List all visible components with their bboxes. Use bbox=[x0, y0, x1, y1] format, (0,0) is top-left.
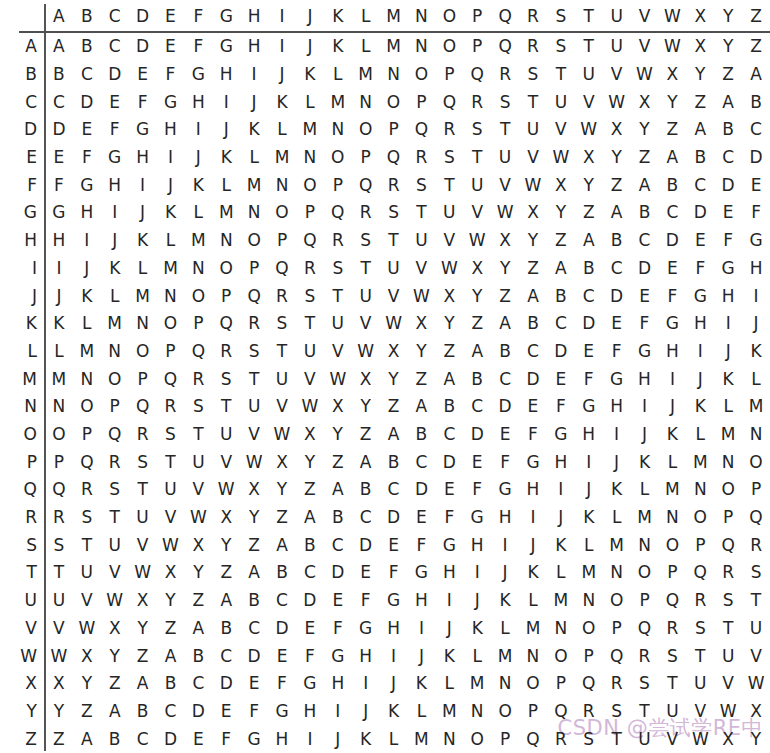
grid-cell: T bbox=[45, 559, 73, 587]
grid-cell: G bbox=[686, 282, 714, 310]
grid-cell: Q bbox=[380, 144, 408, 172]
grid-cell: Y bbox=[212, 531, 240, 559]
grid-cell: H bbox=[463, 531, 491, 559]
grid-cell: A bbox=[603, 199, 631, 227]
grid-cell: N bbox=[324, 116, 352, 144]
grid-cell: U bbox=[631, 725, 659, 753]
grid-cell: T bbox=[407, 199, 435, 227]
grid-cell: K bbox=[268, 88, 296, 116]
grid-cell: W bbox=[631, 61, 659, 89]
grid-cell: X bbox=[686, 33, 714, 61]
grid-cell: R bbox=[463, 88, 491, 116]
grid-cell: S bbox=[519, 61, 547, 89]
grid-cell: F bbox=[157, 61, 185, 89]
grid-cell: V bbox=[631, 33, 659, 61]
grid-cell: S bbox=[435, 144, 463, 172]
grid-cell: K bbox=[714, 365, 742, 393]
grid-cell: Y bbox=[463, 282, 491, 310]
grid-cell: R bbox=[631, 642, 659, 670]
grid-cell: C bbox=[435, 421, 463, 449]
grid-cell: I bbox=[631, 393, 659, 421]
grid-cell: V bbox=[742, 642, 770, 670]
grid-cell: X bbox=[296, 421, 324, 449]
grid-cell: F bbox=[714, 227, 742, 255]
grid-cell: V bbox=[380, 282, 408, 310]
grid-cell: U bbox=[463, 171, 491, 199]
col-header: K bbox=[324, 0, 352, 33]
grid-cell: C bbox=[129, 725, 157, 753]
grid-cell: R bbox=[73, 476, 101, 504]
grid-cell: X bbox=[407, 310, 435, 338]
grid-cell: G bbox=[491, 476, 519, 504]
grid-cell: K bbox=[324, 33, 352, 61]
grid-cell: Z bbox=[519, 255, 547, 283]
grid-cell: G bbox=[603, 365, 631, 393]
grid-cell: B bbox=[407, 421, 435, 449]
grid-cell: T bbox=[129, 476, 157, 504]
grid-cell: X bbox=[73, 642, 101, 670]
grid-cell: Q bbox=[212, 310, 240, 338]
grid-cell: B bbox=[435, 393, 463, 421]
grid-cell: R bbox=[742, 531, 770, 559]
grid-cell: J bbox=[268, 61, 296, 89]
grid-cell: V bbox=[45, 615, 73, 643]
grid-cell: H bbox=[73, 199, 101, 227]
grid-cell: N bbox=[547, 615, 575, 643]
grid-cell: M bbox=[631, 504, 659, 532]
grid-cell: G bbox=[73, 171, 101, 199]
grid-cell: D bbox=[631, 255, 659, 283]
grid-cell: Z bbox=[212, 559, 240, 587]
grid-cell: P bbox=[157, 338, 185, 366]
grid-cell: S bbox=[491, 88, 519, 116]
grid-cell: H bbox=[45, 227, 73, 255]
grid-cell: T bbox=[742, 587, 770, 615]
grid-cell: N bbox=[212, 227, 240, 255]
grid-cell: S bbox=[157, 421, 185, 449]
grid-cell: M bbox=[686, 448, 714, 476]
grid-cell: P bbox=[603, 615, 631, 643]
grid-cell: P bbox=[463, 33, 491, 61]
grid-cell: E bbox=[658, 255, 686, 283]
grid-cell: D bbox=[296, 587, 324, 615]
grid-cell: F bbox=[742, 199, 770, 227]
grid-cell: I bbox=[603, 421, 631, 449]
grid-cell: Z bbox=[296, 476, 324, 504]
grid-cell: C bbox=[380, 476, 408, 504]
grid-cell: H bbox=[519, 476, 547, 504]
grid-cell: T bbox=[212, 393, 240, 421]
row-header: G bbox=[0, 199, 45, 227]
grid-cell: L bbox=[519, 587, 547, 615]
grid-cell: K bbox=[129, 227, 157, 255]
grid-cell: P bbox=[435, 61, 463, 89]
grid-cell: Y bbox=[407, 338, 435, 366]
grid-cell: S bbox=[73, 504, 101, 532]
grid-cell: N bbox=[296, 144, 324, 172]
grid-cell: J bbox=[380, 670, 408, 698]
grid-cell: I bbox=[686, 338, 714, 366]
grid-cell: P bbox=[129, 365, 157, 393]
grid-cell: I bbox=[491, 531, 519, 559]
grid-cell: L bbox=[45, 338, 73, 366]
grid-cell: V bbox=[658, 725, 686, 753]
grid-cell: M bbox=[742, 393, 770, 421]
grid-cell: W bbox=[45, 642, 73, 670]
grid-cell: R bbox=[407, 144, 435, 172]
grid-cell: O bbox=[519, 670, 547, 698]
grid-cell: L bbox=[491, 615, 519, 643]
grid-cell: G bbox=[658, 310, 686, 338]
grid-cell: U bbox=[157, 476, 185, 504]
grid-cell: V bbox=[73, 587, 101, 615]
grid-cell: U bbox=[714, 642, 742, 670]
grid-cell: K bbox=[407, 670, 435, 698]
grid-cell: S bbox=[603, 698, 631, 726]
grid-cell: Z bbox=[101, 670, 129, 698]
grid-cell: M bbox=[435, 698, 463, 726]
grid-cell: H bbox=[157, 116, 185, 144]
grid-cell: Q bbox=[268, 255, 296, 283]
grid-cell: P bbox=[658, 559, 686, 587]
row-header: D bbox=[0, 116, 45, 144]
grid-cell: W bbox=[491, 199, 519, 227]
grid-cell: X bbox=[380, 338, 408, 366]
row-header: L bbox=[0, 338, 45, 366]
grid-cell: A bbox=[240, 559, 268, 587]
grid-cell: W bbox=[658, 33, 686, 61]
grid-cell: M bbox=[352, 61, 380, 89]
row-header: N bbox=[0, 393, 45, 421]
grid-cell: L bbox=[73, 310, 101, 338]
grid-cell: R bbox=[380, 171, 408, 199]
grid-cell: F bbox=[603, 338, 631, 366]
grid-cell: B bbox=[73, 33, 101, 61]
grid-cell: S bbox=[658, 642, 686, 670]
grid-cell: R bbox=[575, 698, 603, 726]
row-header: M bbox=[0, 365, 45, 393]
grid-cell: F bbox=[268, 670, 296, 698]
grid-cell: B bbox=[101, 725, 129, 753]
grid-cell: L bbox=[101, 282, 129, 310]
grid-cell: G bbox=[324, 642, 352, 670]
grid-cell: T bbox=[435, 171, 463, 199]
grid-cell: X bbox=[519, 199, 547, 227]
grid-cell: A bbox=[296, 504, 324, 532]
grid-cell: S bbox=[380, 199, 408, 227]
grid-cell: A bbox=[519, 282, 547, 310]
col-header: M bbox=[380, 0, 408, 33]
grid-cell: H bbox=[686, 310, 714, 338]
grid-cell: Q bbox=[45, 476, 73, 504]
grid-cell: I bbox=[212, 88, 240, 116]
grid-cell: Z bbox=[631, 144, 659, 172]
grid-cell: I bbox=[742, 282, 770, 310]
grid-cell: Q bbox=[296, 227, 324, 255]
grid-cell: I bbox=[240, 61, 268, 89]
grid-cell: A bbox=[157, 642, 185, 670]
grid-cell: D bbox=[101, 61, 129, 89]
grid-cell: B bbox=[519, 310, 547, 338]
grid-cell: F bbox=[519, 421, 547, 449]
col-header: H bbox=[240, 0, 268, 33]
grid-cell: X bbox=[714, 725, 742, 753]
grid-cell: D bbox=[157, 725, 185, 753]
grid-cell: B bbox=[575, 255, 603, 283]
grid-cell: N bbox=[157, 282, 185, 310]
grid-cell: T bbox=[101, 504, 129, 532]
grid-cell: T bbox=[491, 116, 519, 144]
grid-cell: X bbox=[101, 615, 129, 643]
grid-cell: P bbox=[714, 504, 742, 532]
grid-cell: R bbox=[296, 255, 324, 283]
grid-cell: A bbox=[101, 698, 129, 726]
grid-cell: Q bbox=[519, 725, 547, 753]
grid-cell: Z bbox=[547, 227, 575, 255]
grid-cell: C bbox=[296, 559, 324, 587]
row-header: C bbox=[0, 88, 45, 116]
grid-cell: M bbox=[101, 310, 129, 338]
grid-cell: N bbox=[380, 61, 408, 89]
grid-cell: M bbox=[296, 116, 324, 144]
grid-cell: M bbox=[184, 227, 212, 255]
grid-cell: X bbox=[129, 587, 157, 615]
grid-cell: J bbox=[129, 199, 157, 227]
grid-cell: W bbox=[101, 587, 129, 615]
grid-cell: O bbox=[296, 171, 324, 199]
grid-cell: L bbox=[658, 448, 686, 476]
grid-cell: H bbox=[603, 393, 631, 421]
grid-cell: E bbox=[519, 393, 547, 421]
grid-cell: X bbox=[212, 504, 240, 532]
grid-cell: Q bbox=[324, 199, 352, 227]
grid-cell: G bbox=[129, 116, 157, 144]
grid-cell: T bbox=[73, 531, 101, 559]
grid-cell: K bbox=[603, 476, 631, 504]
grid-cell: R bbox=[658, 615, 686, 643]
grid-cell: U bbox=[212, 421, 240, 449]
grid-cell: V bbox=[407, 255, 435, 283]
grid-cell: I bbox=[575, 448, 603, 476]
grid-cell: E bbox=[714, 199, 742, 227]
grid-cell: H bbox=[101, 171, 129, 199]
grid-cell: U bbox=[435, 199, 463, 227]
grid-cell: S bbox=[407, 171, 435, 199]
grid-cell: O bbox=[603, 587, 631, 615]
grid-cell: Q bbox=[547, 698, 575, 726]
grid-cell: H bbox=[240, 33, 268, 61]
grid-cell: U bbox=[324, 310, 352, 338]
grid-cell: J bbox=[296, 33, 324, 61]
grid-cell: V bbox=[519, 144, 547, 172]
grid-cell: Y bbox=[268, 476, 296, 504]
grid-cell: K bbox=[575, 504, 603, 532]
grid-cell: X bbox=[240, 476, 268, 504]
col-header: U bbox=[603, 0, 631, 33]
grid-cell: M bbox=[547, 587, 575, 615]
grid-cell: D bbox=[184, 698, 212, 726]
grid-cell: M bbox=[45, 365, 73, 393]
grid-cell: I bbox=[463, 559, 491, 587]
grid-cell: H bbox=[407, 587, 435, 615]
grid-cell: I bbox=[101, 199, 129, 227]
grid-cell: B bbox=[157, 670, 185, 698]
grid-cell: J bbox=[491, 559, 519, 587]
grid-cell: G bbox=[101, 144, 129, 172]
col-header: N bbox=[407, 0, 435, 33]
grid-cell: E bbox=[631, 282, 659, 310]
row-header: W bbox=[0, 642, 45, 670]
grid-cell: V bbox=[212, 448, 240, 476]
grid-cell: L bbox=[742, 365, 770, 393]
grid-cell: Z bbox=[435, 338, 463, 366]
grid-cell: O bbox=[463, 725, 491, 753]
grid-cell: L bbox=[575, 531, 603, 559]
grid-cell: K bbox=[491, 587, 519, 615]
grid-cell: T bbox=[324, 282, 352, 310]
grid-cell: W bbox=[686, 725, 714, 753]
grid-cell: O bbox=[714, 476, 742, 504]
grid-cell: W bbox=[575, 116, 603, 144]
grid-cell: S bbox=[324, 255, 352, 283]
grid-cell: F bbox=[658, 282, 686, 310]
grid-cell: A bbox=[407, 393, 435, 421]
grid-cell: P bbox=[101, 393, 129, 421]
grid-cell: C bbox=[240, 615, 268, 643]
grid-cell: D bbox=[73, 88, 101, 116]
grid-cell: U bbox=[407, 227, 435, 255]
header-divider-vertical bbox=[44, 4, 46, 751]
grid-cell: U bbox=[658, 698, 686, 726]
grid-cell: A bbox=[73, 725, 101, 753]
grid-cell: Q bbox=[407, 116, 435, 144]
grid-cell: U bbox=[352, 282, 380, 310]
row-header: I bbox=[0, 255, 45, 283]
grid-cell: F bbox=[212, 725, 240, 753]
grid-cell: C bbox=[575, 282, 603, 310]
grid-cell: L bbox=[352, 33, 380, 61]
grid-cell: T bbox=[547, 61, 575, 89]
grid-cell: O bbox=[407, 61, 435, 89]
grid-cell: P bbox=[45, 448, 73, 476]
grid-cell: S bbox=[547, 33, 575, 61]
grid-cell: Y bbox=[352, 393, 380, 421]
grid-cell: G bbox=[45, 199, 73, 227]
row-header: T bbox=[0, 559, 45, 587]
grid-cell: F bbox=[463, 476, 491, 504]
grid-cell: W bbox=[407, 282, 435, 310]
grid-cell: E bbox=[491, 421, 519, 449]
grid-cell: G bbox=[714, 255, 742, 283]
grid-cell: A bbox=[184, 615, 212, 643]
grid-cell: D bbox=[742, 144, 770, 172]
grid-cell: D bbox=[491, 393, 519, 421]
grid-cell: T bbox=[631, 698, 659, 726]
grid-cell: J bbox=[101, 227, 129, 255]
grid-cell: B bbox=[184, 642, 212, 670]
grid-cell: I bbox=[184, 116, 212, 144]
grid-cell: W bbox=[73, 615, 101, 643]
grid-cell: J bbox=[407, 642, 435, 670]
grid-cell: W bbox=[184, 504, 212, 532]
row-header: J bbox=[0, 282, 45, 310]
col-header: C bbox=[101, 0, 129, 33]
grid-cell: M bbox=[603, 531, 631, 559]
col-header: W bbox=[658, 0, 686, 33]
grid-cell: G bbox=[435, 531, 463, 559]
grid-cell: D bbox=[519, 365, 547, 393]
grid-cell: F bbox=[686, 255, 714, 283]
grid-cell: G bbox=[547, 421, 575, 449]
grid-cell: P bbox=[296, 199, 324, 227]
grid-cell: B bbox=[129, 698, 157, 726]
grid-cell: T bbox=[296, 310, 324, 338]
grid-cell: W bbox=[212, 476, 240, 504]
grid-cell: G bbox=[296, 670, 324, 698]
grid-cell: Z bbox=[658, 116, 686, 144]
grid-cell: X bbox=[352, 365, 380, 393]
grid-cell: F bbox=[407, 531, 435, 559]
grid-cell: C bbox=[45, 88, 73, 116]
col-header: E bbox=[157, 0, 185, 33]
grid-cell: F bbox=[547, 393, 575, 421]
grid-cell: C bbox=[268, 587, 296, 615]
grid-cell: O bbox=[435, 33, 463, 61]
grid-cell: X bbox=[603, 116, 631, 144]
grid-cell: Y bbox=[184, 559, 212, 587]
grid-cell: J bbox=[547, 504, 575, 532]
grid-cell: D bbox=[575, 310, 603, 338]
grid-cell: Y bbox=[157, 587, 185, 615]
grid-cell: Z bbox=[157, 615, 185, 643]
grid-cell: P bbox=[184, 310, 212, 338]
grid-cell: W bbox=[129, 559, 157, 587]
grid-cell: P bbox=[380, 116, 408, 144]
grid-cell: N bbox=[101, 338, 129, 366]
grid-cell: U bbox=[101, 531, 129, 559]
grid-cell: R bbox=[324, 227, 352, 255]
grid-cell: X bbox=[324, 393, 352, 421]
grid-cell: I bbox=[714, 310, 742, 338]
grid-cell: C bbox=[686, 171, 714, 199]
grid-cell: T bbox=[463, 144, 491, 172]
col-header: I bbox=[268, 0, 296, 33]
grid-cell: Y bbox=[631, 116, 659, 144]
grid-cell: Q bbox=[184, 338, 212, 366]
grid-cell: L bbox=[686, 421, 714, 449]
grid-cell: C bbox=[519, 338, 547, 366]
grid-cell: T bbox=[380, 227, 408, 255]
grid-cell: O bbox=[352, 116, 380, 144]
grid-cell: Z bbox=[324, 448, 352, 476]
grid-cell: H bbox=[631, 365, 659, 393]
grid-cell: X bbox=[157, 559, 185, 587]
row-header: O bbox=[0, 421, 45, 449]
col-header: O bbox=[435, 0, 463, 33]
grid-cell: H bbox=[435, 559, 463, 587]
col-header: Z bbox=[742, 0, 770, 33]
col-header: D bbox=[129, 0, 157, 33]
grid-cell: I bbox=[435, 587, 463, 615]
grid-cell: X bbox=[268, 448, 296, 476]
grid-cell: V bbox=[352, 310, 380, 338]
grid-cell: O bbox=[380, 88, 408, 116]
grid-cell: C bbox=[463, 393, 491, 421]
grid-cell: S bbox=[463, 116, 491, 144]
grid-cell: L bbox=[714, 393, 742, 421]
grid-cell: B bbox=[603, 227, 631, 255]
grid-cell: R bbox=[603, 670, 631, 698]
